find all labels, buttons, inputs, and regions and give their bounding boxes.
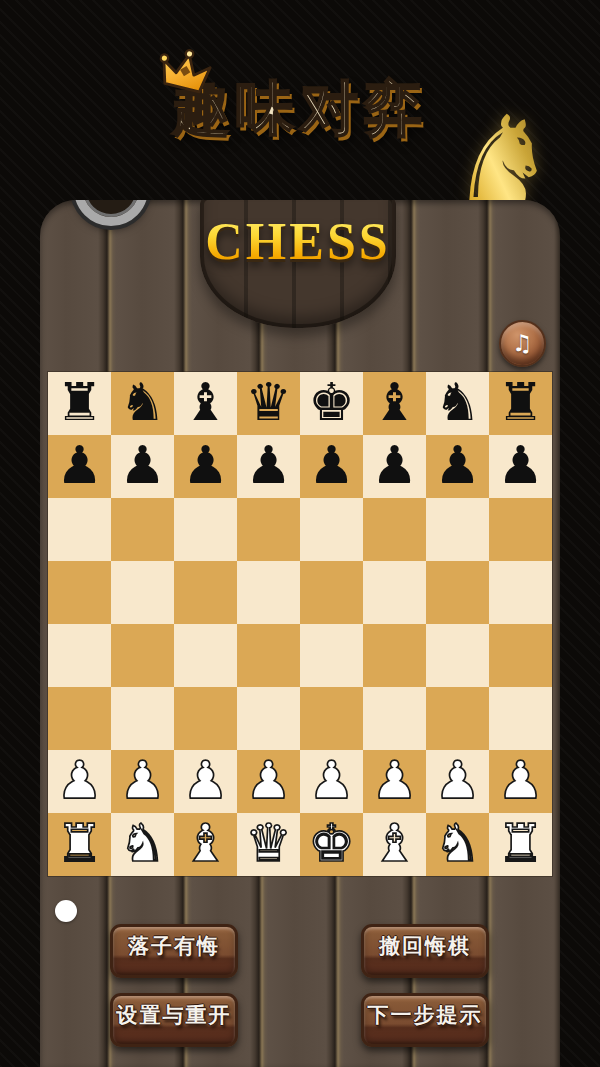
square-b6[interactable] (111, 498, 174, 561)
piece-black-pawn: ♟ (300, 435, 363, 498)
piece-black-rook: ♜ (489, 372, 552, 435)
square-g1[interactable]: ♞ (426, 813, 489, 876)
piece-black-king: ♚ (300, 372, 363, 435)
square-f6[interactable] (363, 498, 426, 561)
square-c6[interactable] (174, 498, 237, 561)
piece-white-pawn: ♟ (237, 750, 300, 813)
piece-white-pawn: ♟ (48, 750, 111, 813)
piece-white-pawn: ♟ (174, 750, 237, 813)
square-h4[interactable] (489, 624, 552, 687)
piece-white-pawn: ♟ (111, 750, 174, 813)
square-g8[interactable]: ♞ (426, 372, 489, 435)
square-d8[interactable]: ♛ (237, 372, 300, 435)
piece-white-pawn: ♟ (363, 750, 426, 813)
square-a6[interactable] (48, 498, 111, 561)
square-d1[interactable]: ♛ (237, 813, 300, 876)
square-c4[interactable] (174, 624, 237, 687)
music-button[interactable]: ♫ (499, 320, 546, 367)
square-d7[interactable]: ♟ (237, 435, 300, 498)
square-h7[interactable]: ♟ (489, 435, 552, 498)
clock-rim-decoration (74, 200, 148, 226)
square-d6[interactable] (237, 498, 300, 561)
piece-black-knight: ♞ (426, 372, 489, 435)
square-h8[interactable]: ♜ (489, 372, 552, 435)
square-g3[interactable] (426, 687, 489, 750)
square-a4[interactable] (48, 624, 111, 687)
piece-black-queen: ♛ (237, 372, 300, 435)
piece-black-bishop: ♝ (174, 372, 237, 435)
square-b4[interactable] (111, 624, 174, 687)
square-f4[interactable] (363, 624, 426, 687)
board-title: CHESS (200, 212, 396, 271)
square-c1[interactable]: ♝ (174, 813, 237, 876)
piece-white-king: ♚ (300, 813, 363, 876)
piece-black-pawn: ♟ (237, 435, 300, 498)
square-g2[interactable]: ♟ (426, 750, 489, 813)
piece-white-knight: ♞ (426, 813, 489, 876)
piece-white-rook: ♜ (48, 813, 111, 876)
square-a3[interactable] (48, 687, 111, 750)
square-e6[interactable] (300, 498, 363, 561)
square-e4[interactable] (300, 624, 363, 687)
square-g7[interactable]: ♟ (426, 435, 489, 498)
piece-black-pawn: ♟ (174, 435, 237, 498)
square-c3[interactable] (174, 687, 237, 750)
square-h6[interactable] (489, 498, 552, 561)
square-h5[interactable] (489, 561, 552, 624)
piece-black-pawn: ♟ (426, 435, 489, 498)
square-a1[interactable]: ♜ (48, 813, 111, 876)
app-title: 趣味对弈 (0, 76, 600, 140)
square-a5[interactable] (48, 561, 111, 624)
piece-white-bishop: ♝ (363, 813, 426, 876)
settings-restart-button[interactable]: 设置与重开 (110, 993, 238, 1047)
square-c7[interactable]: ♟ (174, 435, 237, 498)
square-f3[interactable] (363, 687, 426, 750)
square-e2[interactable]: ♟ (300, 750, 363, 813)
square-f1[interactable]: ♝ (363, 813, 426, 876)
piece-white-pawn: ♟ (426, 750, 489, 813)
square-f7[interactable]: ♟ (363, 435, 426, 498)
square-h1[interactable]: ♜ (489, 813, 552, 876)
square-d5[interactable] (237, 561, 300, 624)
square-c5[interactable] (174, 561, 237, 624)
piece-white-pawn: ♟ (300, 750, 363, 813)
square-a2[interactable]: ♟ (48, 750, 111, 813)
piece-white-pawn: ♟ (489, 750, 552, 813)
square-f5[interactable] (363, 561, 426, 624)
square-b8[interactable]: ♞ (111, 372, 174, 435)
next-move-hint-button[interactable]: 下一步提示 (361, 993, 489, 1047)
square-a8[interactable]: ♜ (48, 372, 111, 435)
square-e3[interactable] (300, 687, 363, 750)
piece-white-queen: ♛ (237, 813, 300, 876)
turn-indicator-dot (55, 900, 77, 922)
regret-move-button[interactable]: 落子有悔 (110, 924, 238, 978)
square-g5[interactable] (426, 561, 489, 624)
piece-black-rook: ♜ (48, 372, 111, 435)
music-note-icon: ♫ (501, 322, 544, 365)
square-b1[interactable]: ♞ (111, 813, 174, 876)
piece-black-pawn: ♟ (489, 435, 552, 498)
square-f2[interactable]: ♟ (363, 750, 426, 813)
square-b5[interactable] (111, 561, 174, 624)
chess-board[interactable]: ♜♞♝♛♚♝♞♜♟♟♟♟♟♟♟♟♟♟♟♟♟♟♟♟♜♞♝♛♚♝♞♜ (48, 372, 552, 876)
piece-black-knight: ♞ (111, 372, 174, 435)
square-b3[interactable] (111, 687, 174, 750)
square-e5[interactable] (300, 561, 363, 624)
square-c2[interactable]: ♟ (174, 750, 237, 813)
square-b7[interactable]: ♟ (111, 435, 174, 498)
app-screen: 趣味对弈 ♞ CHESS ♫ ♜♞♝♛♚♝♞♜♟♟♟♟♟♟♟♟♟♟♟♟♟♟♟♟♜… (0, 0, 600, 1067)
wood-panel: CHESS ♫ ♜♞♝♛♚♝♞♜♟♟♟♟♟♟♟♟♟♟♟♟♟♟♟♟♜♞♝♛♚♝♞♜… (40, 200, 560, 1067)
piece-white-knight: ♞ (111, 813, 174, 876)
undo-move-button[interactable]: 撤回悔棋 (361, 924, 489, 978)
piece-black-bishop: ♝ (363, 372, 426, 435)
square-g6[interactable] (426, 498, 489, 561)
square-h2[interactable]: ♟ (489, 750, 552, 813)
piece-black-pawn: ♟ (111, 435, 174, 498)
chess-plaque: CHESS (200, 200, 396, 328)
square-e8[interactable]: ♚ (300, 372, 363, 435)
square-e7[interactable]: ♟ (300, 435, 363, 498)
square-d2[interactable]: ♟ (237, 750, 300, 813)
square-a7[interactable]: ♟ (48, 435, 111, 498)
piece-white-bishop: ♝ (174, 813, 237, 876)
square-e1[interactable]: ♚ (300, 813, 363, 876)
square-g4[interactable] (426, 624, 489, 687)
square-d3[interactable] (237, 687, 300, 750)
square-c8[interactable]: ♝ (174, 372, 237, 435)
piece-white-rook: ♜ (489, 813, 552, 876)
square-d4[interactable] (237, 624, 300, 687)
square-h3[interactable] (489, 687, 552, 750)
piece-black-pawn: ♟ (48, 435, 111, 498)
square-b2[interactable]: ♟ (111, 750, 174, 813)
piece-black-pawn: ♟ (363, 435, 426, 498)
square-f8[interactable]: ♝ (363, 372, 426, 435)
